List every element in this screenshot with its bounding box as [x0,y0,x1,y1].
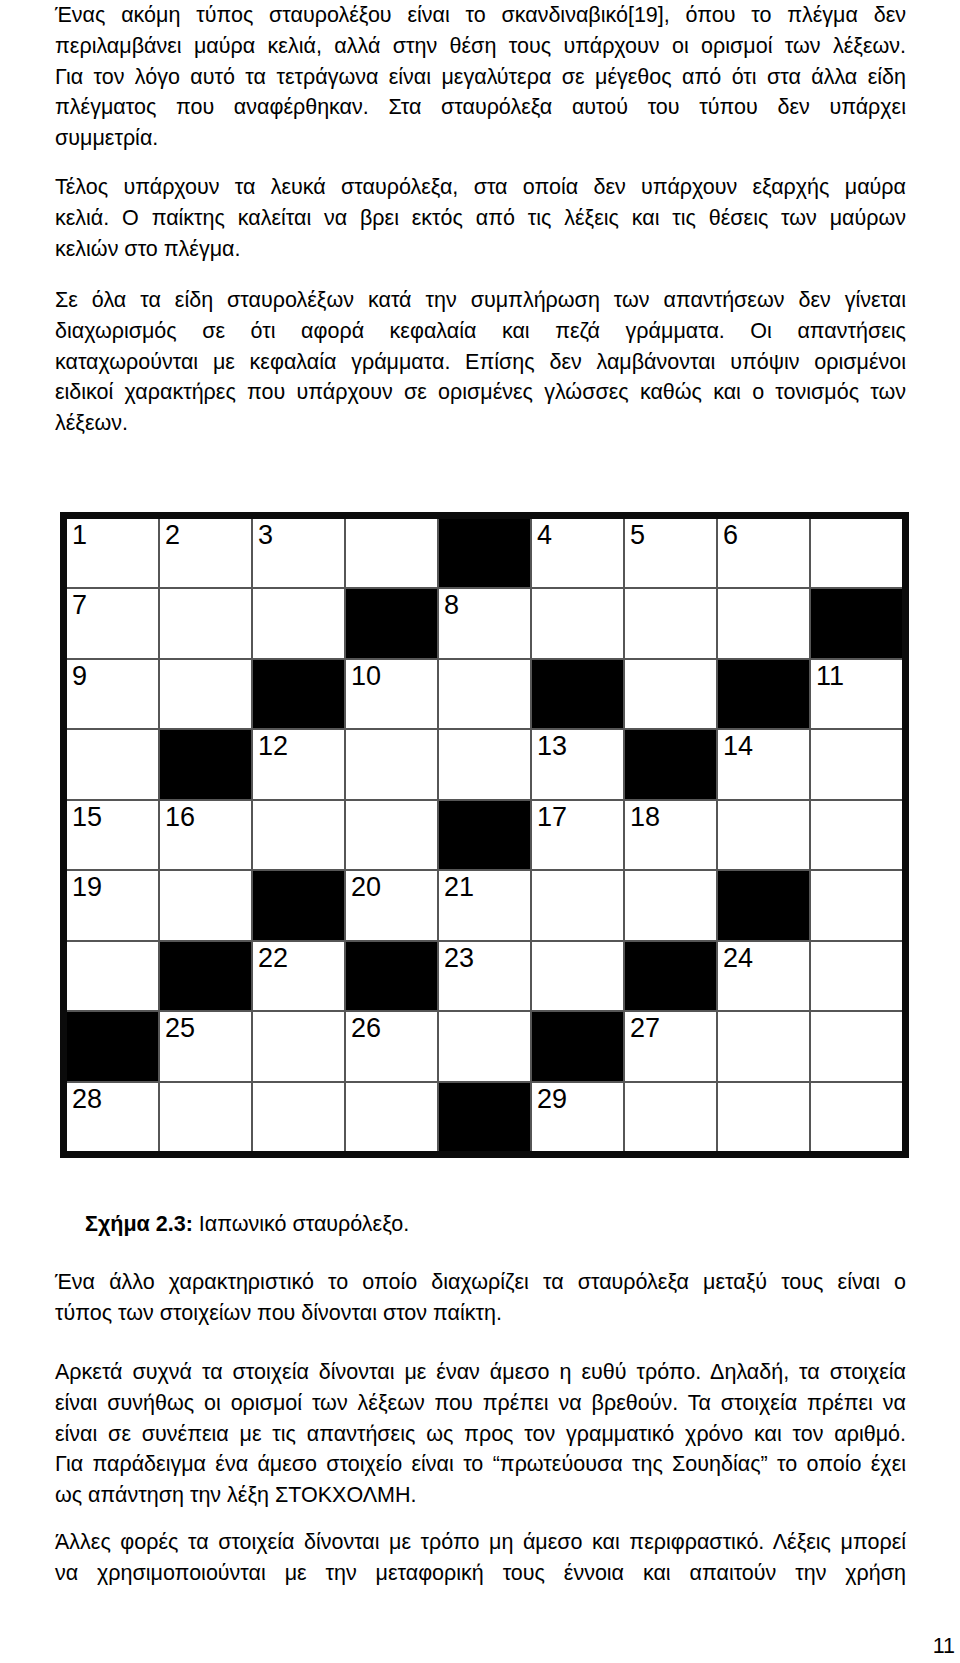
text-line: λέξεων. [55,408,906,439]
clue-number-11: 11 [816,662,844,690]
black-cell-r6c3 [253,871,344,939]
text-line: Για παράδειγμα ένα άμεσο στοιχείο είναι … [55,1449,906,1480]
text-line: περιλαμβάνει μαύρα κελιά, αλλά στην θέση… [55,31,906,62]
paragraph-indirect-clues: Άλλες φορές τα στοιχεία δίνονται με τρόπ… [55,1527,906,1589]
white-cell-r1c4 [346,519,437,587]
black-cell-r1c5 [439,519,530,587]
clue-number-12: 12 [258,732,288,760]
white-cell-r5c7: 18 [625,801,716,869]
black-cell-r3c8 [718,660,809,728]
clue-number-24: 24 [723,944,753,972]
white-cell-r7c3: 22 [253,942,344,1010]
clue-number-21: 21 [444,873,474,901]
crossword-grid: 1234567891011121314151617181920212223242… [60,512,909,1158]
black-cell-r7c4 [346,942,437,1010]
text-line: τύπος των στοιχείων που δίνονται στον πα… [55,1298,906,1329]
white-cell-r4c9 [811,730,902,798]
text-line: να χρησιμοποιούνται με την μεταφορική το… [55,1558,906,1589]
text-line: Άλλες φορές τα στοιχεία δίνονται με τρόπ… [55,1527,906,1558]
white-cell-r4c1 [67,730,158,798]
clue-number-1: 1 [72,521,87,549]
figure-caption-text: Ιαπωνικό σταυρόλεξο. [193,1212,409,1236]
clue-number-10: 10 [351,662,381,690]
black-cell-r3c6 [532,660,623,728]
white-cell-r3c4: 10 [346,660,437,728]
clue-number-16: 16 [165,803,195,831]
text-line: Για τον λόγο αυτό τα τετράγωνα είναι μεγ… [55,62,906,93]
black-cell-r5c5 [439,801,530,869]
white-cell-r1c9 [811,519,902,587]
white-cell-r9c8 [718,1083,809,1151]
white-cell-r4c8: 14 [718,730,809,798]
clue-number-25: 25 [165,1014,195,1042]
text-line: ως απάντηση την λέξη ΣΤΟΚΧΟΛΜΗ. [55,1480,906,1511]
white-cell-r5c4 [346,801,437,869]
clue-number-5: 5 [630,521,645,549]
white-cell-r8c9 [811,1012,902,1080]
white-cell-r7c5: 23 [439,942,530,1010]
black-cell-r2c9 [811,589,902,657]
clue-number-6: 6 [723,521,738,549]
white-cell-r9c9 [811,1083,902,1151]
text-line: είναι σε συνέπεια με τις απαντήσεις ως π… [55,1419,906,1450]
clue-number-2: 2 [165,521,180,549]
white-cell-r1c2: 2 [160,519,251,587]
text-line: κελιά. Ο παίκτης καλείται να βρει εκτός … [55,203,906,234]
white-cell-r4c3: 12 [253,730,344,798]
black-cell-r8c1 [67,1012,158,1080]
paragraph-answer-conventions: Σε όλα τα είδη σταυρολέξων κατά την συμπ… [55,285,906,439]
clue-number-13: 13 [537,732,567,760]
clue-number-22: 22 [258,944,288,972]
text-line: Ένας ακόμη τύπος σταυρολέξου είναι το σκ… [55,0,906,31]
text-line: διαχωρισμός σε ότι αφορά κεφαλαία και πε… [55,316,906,347]
text-line: κελιών στο πλέγμα. [55,234,906,265]
white-cell-r4c6: 13 [532,730,623,798]
white-cell-r5c1: 15 [67,801,158,869]
black-cell-r9c5 [439,1083,530,1151]
white-cell-r7c9 [811,942,902,1010]
white-cell-r5c8 [718,801,809,869]
text-line: είναι συνήθως οι ορισμοί των λέξεων που … [55,1388,906,1419]
white-cell-r1c6: 4 [532,519,623,587]
white-cell-r1c3: 3 [253,519,344,587]
paragraph-white-crossword: Τέλος υπάρχουν τα λευκά σταυρόλεξα, στα … [55,172,906,264]
text-line: Ένα άλλο χαρακτηριστικό το οποίο διαχωρί… [55,1267,906,1298]
text-line: Σε όλα τα είδη σταυρολέξων κατά την συμπ… [55,285,906,316]
white-cell-r1c7: 5 [625,519,716,587]
text-line: Αρκετά συχνά τα στοιχεία δίνονται με ένα… [55,1357,906,1388]
white-cell-r5c3 [253,801,344,869]
black-cell-r7c7 [625,942,716,1010]
document-page: Ένας ακόμη τύπος σταυρολέξου είναι το σκ… [0,0,960,1663]
white-cell-r3c2 [160,660,251,728]
white-cell-r6c2 [160,871,251,939]
clue-number-29: 29 [537,1085,567,1113]
white-cell-r9c3 [253,1083,344,1151]
white-cell-r3c7 [625,660,716,728]
paragraph-scandinavian-crossword: Ένας ακόμη τύπος σταυρολέξου είναι το σκ… [55,0,906,154]
clue-number-18: 18 [630,803,660,831]
clue-number-27: 27 [630,1014,660,1042]
white-cell-r2c3 [253,589,344,657]
clue-number-17: 17 [537,803,567,831]
white-cell-r4c5 [439,730,530,798]
clue-number-15: 15 [72,803,102,831]
paragraph-clue-types: Ένα άλλο χαρακτηριστικό το οποίο διαχωρί… [55,1267,906,1329]
black-cell-r7c2 [160,942,251,1010]
white-cell-r3c1: 9 [67,660,158,728]
white-cell-r6c9 [811,871,902,939]
clue-number-19: 19 [72,873,102,901]
black-cell-r8c6 [532,1012,623,1080]
figure-caption-label: Σχήμα 2.3: [85,1212,193,1236]
black-cell-r4c2 [160,730,251,798]
white-cell-r8c5 [439,1012,530,1080]
text-line: καταχωρούνται με κεφαλαία γράμματα. Επίσ… [55,347,906,378]
white-cell-r2c8 [718,589,809,657]
white-cell-r6c1: 19 [67,871,158,939]
white-cell-r7c1 [67,942,158,1010]
white-cell-r9c1: 28 [67,1083,158,1151]
black-cell-r4c7 [625,730,716,798]
white-cell-r6c4: 20 [346,871,437,939]
clue-number-14: 14 [723,732,753,760]
white-cell-r5c6: 17 [532,801,623,869]
clue-number-4: 4 [537,521,552,549]
white-cell-r1c1: 1 [67,519,158,587]
white-cell-r1c8: 6 [718,519,809,587]
clue-number-28: 28 [72,1085,102,1113]
clue-number-3: 3 [258,521,273,549]
white-cell-r9c7 [625,1083,716,1151]
white-cell-r2c7 [625,589,716,657]
black-cell-r6c8 [718,871,809,939]
white-cell-r6c7 [625,871,716,939]
white-cell-r8c4: 26 [346,1012,437,1080]
clue-number-8: 8 [444,591,459,619]
paragraph-direct-clues: Αρκετά συχνά τα στοιχεία δίνονται με ένα… [55,1357,906,1511]
white-cell-r2c5: 8 [439,589,530,657]
white-cell-r8c3 [253,1012,344,1080]
white-cell-r2c1: 7 [67,589,158,657]
white-cell-r6c6 [532,871,623,939]
text-line: Τέλος υπάρχουν τα λευκά σταυρόλεξα, στα … [55,172,906,203]
white-cell-r2c2 [160,589,251,657]
text-line: πλέγματος που αναφέρθηκαν. Στα σταυρόλεξ… [55,92,906,123]
white-cell-r9c2 [160,1083,251,1151]
clue-number-20: 20 [351,873,381,901]
white-cell-r3c5 [439,660,530,728]
white-cell-r9c6: 29 [532,1083,623,1151]
white-cell-r7c6 [532,942,623,1010]
white-cell-r2c6 [532,589,623,657]
white-cell-r4c4 [346,730,437,798]
white-cell-r9c4 [346,1083,437,1151]
white-cell-r5c9 [811,801,902,869]
white-cell-r6c5: 21 [439,871,530,939]
white-cell-r8c2: 25 [160,1012,251,1080]
black-cell-r2c4 [346,589,437,657]
text-line: συμμετρία. [55,123,906,154]
white-cell-r5c2: 16 [160,801,251,869]
clue-number-9: 9 [72,662,87,690]
clue-number-23: 23 [444,944,474,972]
white-cell-r8c7: 27 [625,1012,716,1080]
white-cell-r7c8: 24 [718,942,809,1010]
clue-number-26: 26 [351,1014,381,1042]
black-cell-r3c3 [253,660,344,728]
text-line: ειδικοί χαρακτήρες που υπάρχουν σε ορισμ… [55,377,906,408]
page-number: 11 [933,1634,955,1659]
white-cell-r8c8 [718,1012,809,1080]
figure-caption: Σχήμα 2.3: Ιαπωνικό σταυρόλεξο. [85,1209,409,1240]
white-cell-r3c9: 11 [811,660,902,728]
clue-number-7: 7 [72,591,87,619]
